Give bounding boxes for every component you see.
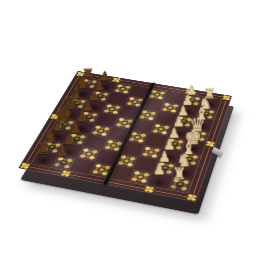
black-pawn-h7: ♟: [43, 140, 82, 165]
piece-glyph: ♜: [172, 165, 186, 182]
product-photo: ♜♟♟♜♞♟♟♞♝♟♟♝♛♟♟♛♚♟♟♚♝♟♟♝♞♟♟♞♜♟♟♜: [0, 0, 270, 270]
scene: ♜♟♟♜♞♟♟♞♝♟♟♝♛♟♟♛♚♟♟♚♝♟♟♝♞♟♟♞♜♟♟♜: [0, 0, 270, 270]
piece-glyph: ♟: [56, 144, 68, 160]
white-rook-h1: ♜: [159, 161, 199, 187]
